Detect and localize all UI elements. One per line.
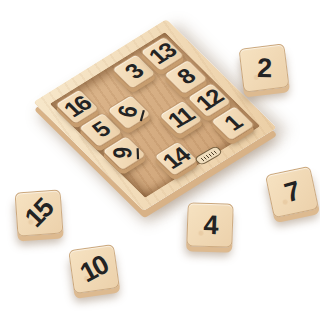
- loose-tile-4[interactable]: 4: [186, 202, 234, 248]
- tile-number: 11: [164, 104, 198, 131]
- tile-number: 14: [158, 144, 194, 172]
- loose-tile-7[interactable]: 7: [265, 166, 319, 219]
- stamp-text-marks: [200, 150, 216, 161]
- tile-number: 1: [220, 112, 246, 134]
- tile-number: 8: [173, 66, 199, 88]
- loose-tile-10[interactable]: 10: [68, 244, 120, 294]
- loose-tile-15[interactable]: 15: [15, 189, 64, 236]
- board-frame: 1631356891112141: [33, 19, 277, 211]
- loose-tile-2[interactable]: 2: [238, 43, 289, 92]
- tile-number: 12: [192, 86, 228, 114]
- tile-number: 5: [88, 119, 114, 141]
- puzzle-board: 1631356891112141: [33, 19, 277, 211]
- tile-number: 7: [282, 177, 302, 207]
- tile-number: 4: [203, 211, 217, 238]
- tile-number: 2: [257, 54, 271, 81]
- tile-number: 9: [109, 147, 139, 159]
- tile-number: 10: [76, 251, 112, 287]
- tile-number: 13: [145, 40, 181, 68]
- scene: 1631356891112141 2741015: [0, 0, 320, 320]
- board-grid: 1631356891112141: [51, 33, 258, 196]
- board-tile-14[interactable]: 14: [153, 141, 199, 177]
- tile-number: 6: [113, 104, 145, 121]
- tile-number: 16: [59, 93, 95, 121]
- board-floor: 1631356891112141: [50, 32, 260, 198]
- tile-number: 15: [20, 194, 58, 231]
- tile-number: 3: [121, 60, 148, 82]
